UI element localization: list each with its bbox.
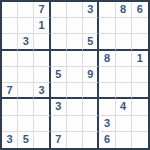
cell-r6c7-empty[interactable] [99,83,115,99]
cell-r1c2-empty[interactable] [18,2,34,18]
cell-r5c2-empty[interactable] [18,67,34,83]
cell-r4c3-empty[interactable] [34,51,50,67]
cell-r5c8-empty[interactable] [116,67,132,83]
cell-r3c6-given[interactable]: 5 [83,34,99,50]
cell-r4c7-given[interactable]: 8 [99,51,115,67]
cell-r6c6-empty[interactable] [83,83,99,99]
cell-r9c7-given[interactable]: 6 [99,132,115,148]
cell-r7c1-empty[interactable] [2,99,18,115]
cell-r1c6-given[interactable]: 3 [83,2,99,18]
cell-r7c8-given[interactable]: 4 [116,99,132,115]
cell-r4c4-empty[interactable] [51,51,67,67]
cell-r2c6-empty[interactable] [83,18,99,34]
cell-r9c1-given[interactable]: 3 [2,132,18,148]
cell-r5c6-given[interactable]: 9 [83,67,99,83]
cell-r7c2-empty[interactable] [18,99,34,115]
cell-r2c9-empty[interactable] [132,18,148,34]
cell-r2c2-empty[interactable] [18,18,34,34]
cell-r3c7-empty[interactable] [99,34,115,50]
cell-r2c7-empty[interactable] [99,18,115,34]
cell-r6c5-empty[interactable] [67,83,83,99]
cell-r3c9-empty[interactable] [132,34,148,50]
cell-r9c4-given[interactable]: 7 [51,132,67,148]
cell-r7c5-empty[interactable] [67,99,83,115]
cell-r4c8-empty[interactable] [116,51,132,67]
cell-r6c1-given[interactable]: 7 [2,83,18,99]
cell-r1c5-empty[interactable] [67,2,83,18]
cell-r8c4-empty[interactable] [51,116,67,132]
cell-r5c1-empty[interactable] [2,67,18,83]
cell-r4c2-empty[interactable] [18,51,34,67]
cell-r2c3-given[interactable]: 1 [34,18,50,34]
cell-r9c5-empty[interactable] [67,132,83,148]
cell-r6c9-empty[interactable] [132,83,148,99]
cell-r5c9-empty[interactable] [132,67,148,83]
cell-r1c4-empty[interactable] [51,2,67,18]
cell-r8c9-empty[interactable] [132,116,148,132]
cell-r8c6-empty[interactable] [83,116,99,132]
cell-r9c3-empty[interactable] [34,132,50,148]
cell-r3c1-empty[interactable] [2,34,18,50]
cell-r4c9-given[interactable]: 1 [132,51,148,67]
cell-r4c1-empty[interactable] [2,51,18,67]
cell-r1c8-given[interactable]: 8 [116,2,132,18]
cell-r7c9-empty[interactable] [132,99,148,115]
cell-r8c7-given[interactable]: 3 [99,116,115,132]
cell-r6c4-empty[interactable] [51,83,67,99]
cell-r5c3-empty[interactable] [34,67,50,83]
cell-r7c7-empty[interactable] [99,99,115,115]
cell-r5c5-empty[interactable] [67,67,83,83]
cell-r9c2-given[interactable]: 5 [18,132,34,148]
cell-r3c3-empty[interactable] [34,34,50,50]
cell-r2c8-empty[interactable] [116,18,132,34]
cell-r6c2-empty[interactable] [18,83,34,99]
cell-r9c9-empty[interactable] [132,132,148,148]
cell-r8c5-empty[interactable] [67,116,83,132]
cell-r7c6-empty[interactable] [83,99,99,115]
cell-r2c1-empty[interactable] [2,18,18,34]
cell-r8c8-empty[interactable] [116,116,132,132]
cell-r7c3-empty[interactable] [34,99,50,115]
cell-r8c1-empty[interactable] [2,116,18,132]
cell-r2c5-empty[interactable] [67,18,83,34]
cell-r8c2-empty[interactable] [18,116,34,132]
cell-r8c3-empty[interactable] [34,116,50,132]
cell-r1c7-empty[interactable] [99,2,115,18]
cell-r1c9-given[interactable]: 6 [132,2,148,18]
cell-r3c4-empty[interactable] [51,34,67,50]
cell-r6c3-given[interactable]: 3 [34,83,50,99]
cell-r5c7-empty[interactable] [99,67,115,83]
cell-r3c5-empty[interactable] [67,34,83,50]
cell-r4c5-empty[interactable] [67,51,83,67]
sudoku-board: 73861358159733433576 [0,0,150,150]
cell-r6c8-empty[interactable] [116,83,132,99]
cell-r9c8-empty[interactable] [116,132,132,148]
cell-r3c2-given[interactable]: 3 [18,34,34,50]
cell-r4c6-empty[interactable] [83,51,99,67]
cell-r1c3-given[interactable]: 7 [34,2,50,18]
cell-r1c1-empty[interactable] [2,2,18,18]
cell-r9c6-empty[interactable] [83,132,99,148]
cell-r2c4-empty[interactable] [51,18,67,34]
cell-r3c8-empty[interactable] [116,34,132,50]
cell-r5c4-given[interactable]: 5 [51,67,67,83]
cell-r7c4-given[interactable]: 3 [51,99,67,115]
